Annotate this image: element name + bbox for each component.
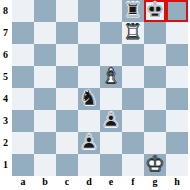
square-d4[interactable]: ♞♘ [78, 88, 100, 110]
piece-white-king[interactable]: ♚♔ [144, 154, 166, 176]
square-c5[interactable] [56, 66, 78, 88]
square-h2[interactable] [166, 132, 188, 154]
square-b2[interactable] [34, 132, 56, 154]
square-b5[interactable] [34, 66, 56, 88]
chess-app: 8♜♖♚♔7♜♖65♝♗4♞♘3♟♙2♟♙1♚♔abcdefgh [0, 0, 190, 190]
board-corner-spacer [0, 176, 12, 190]
file-label-e: e [100, 176, 122, 190]
square-d2[interactable]: ♟♙ [78, 132, 100, 154]
piece-glyph-lines: ♔ [146, 0, 165, 21]
square-g7[interactable] [144, 22, 166, 44]
square-f2[interactable] [122, 132, 144, 154]
square-f1[interactable] [122, 154, 144, 176]
file-label-h: h [166, 176, 188, 190]
square-b4[interactable] [34, 88, 56, 110]
square-e8[interactable] [100, 0, 122, 22]
square-c6[interactable] [56, 44, 78, 66]
square-f5[interactable] [122, 66, 144, 88]
square-e5[interactable]: ♝♗ [100, 66, 122, 88]
piece-glyph-lines: ♘ [80, 88, 99, 109]
piece-black-pawn[interactable]: ♟♙ [78, 132, 100, 154]
piece-black-knight[interactable]: ♞♘ [78, 88, 100, 110]
file-label-c: c [56, 176, 78, 190]
square-e2[interactable] [100, 132, 122, 154]
square-h7[interactable] [166, 22, 188, 44]
square-b8[interactable] [34, 0, 56, 22]
file-label-b: b [34, 176, 56, 190]
square-g4[interactable] [144, 88, 166, 110]
square-c7[interactable] [56, 22, 78, 44]
piece-white-bishop[interactable]: ♝♗ [100, 66, 122, 88]
rank-label-6: 6 [0, 44, 12, 66]
square-a6[interactable] [12, 44, 34, 66]
square-b6[interactable] [34, 44, 56, 66]
square-a1[interactable] [12, 154, 34, 176]
square-h8[interactable] [166, 0, 188, 22]
square-b3[interactable] [34, 110, 56, 132]
piece-glyph-lines: ♙ [80, 132, 99, 153]
rank-label-3: 3 [0, 110, 12, 132]
square-f7[interactable]: ♜♖ [122, 22, 144, 44]
square-b7[interactable] [34, 22, 56, 44]
square-h3[interactable] [166, 110, 188, 132]
file-label-g: g [144, 176, 166, 190]
square-a7[interactable] [12, 22, 34, 44]
piece-glyph-lines: ♗ [102, 66, 121, 87]
square-d1[interactable] [78, 154, 100, 176]
piece-white-rook[interactable]: ♜♖ [122, 22, 144, 44]
rank-label-8: 8 [0, 0, 12, 22]
rank-label-5: 5 [0, 66, 12, 88]
square-a5[interactable] [12, 66, 34, 88]
square-c2[interactable] [56, 132, 78, 154]
square-c8[interactable] [56, 0, 78, 22]
rank-label-1: 1 [0, 154, 12, 176]
square-g1[interactable]: ♚♔ [144, 154, 166, 176]
square-a8[interactable] [12, 0, 34, 22]
square-d7[interactable] [78, 22, 100, 44]
piece-glyph-lines: ♖ [124, 0, 143, 21]
piece-black-king[interactable]: ♚♔ [144, 0, 166, 22]
square-h5[interactable] [166, 66, 188, 88]
square-d6[interactable] [78, 44, 100, 66]
piece-glyph-lines: ♖ [124, 22, 143, 43]
square-h6[interactable] [166, 44, 188, 66]
square-f4[interactable] [122, 88, 144, 110]
file-label-a: a [12, 176, 34, 190]
chess-board: 8♜♖♚♔7♜♖65♝♗4♞♘3♟♙2♟♙1♚♔abcdefgh [0, 0, 188, 190]
square-g8[interactable]: ♚♔ [144, 0, 166, 22]
square-g5[interactable] [144, 66, 166, 88]
square-e7[interactable] [100, 22, 122, 44]
rank-label-7: 7 [0, 22, 12, 44]
rank-label-4: 4 [0, 88, 12, 110]
square-g6[interactable] [144, 44, 166, 66]
square-e1[interactable] [100, 154, 122, 176]
square-a4[interactable] [12, 88, 34, 110]
square-c4[interactable] [56, 88, 78, 110]
square-f3[interactable] [122, 110, 144, 132]
square-e3[interactable]: ♟♙ [100, 110, 122, 132]
file-label-d: d [78, 176, 100, 190]
square-c3[interactable] [56, 110, 78, 132]
square-g3[interactable] [144, 110, 166, 132]
square-h1[interactable] [166, 154, 188, 176]
piece-glyph-lines: ♙ [102, 110, 121, 131]
piece-black-pawn[interactable]: ♟♙ [100, 110, 122, 132]
rank-label-2: 2 [0, 132, 12, 154]
square-h4[interactable] [166, 88, 188, 110]
square-a2[interactable] [12, 132, 34, 154]
piece-glyph-lines: ♔ [146, 154, 165, 175]
square-d8[interactable] [78, 0, 100, 22]
square-f6[interactable] [122, 44, 144, 66]
square-a3[interactable] [12, 110, 34, 132]
square-b1[interactable] [34, 154, 56, 176]
square-c1[interactable] [56, 154, 78, 176]
file-label-f: f [122, 176, 144, 190]
